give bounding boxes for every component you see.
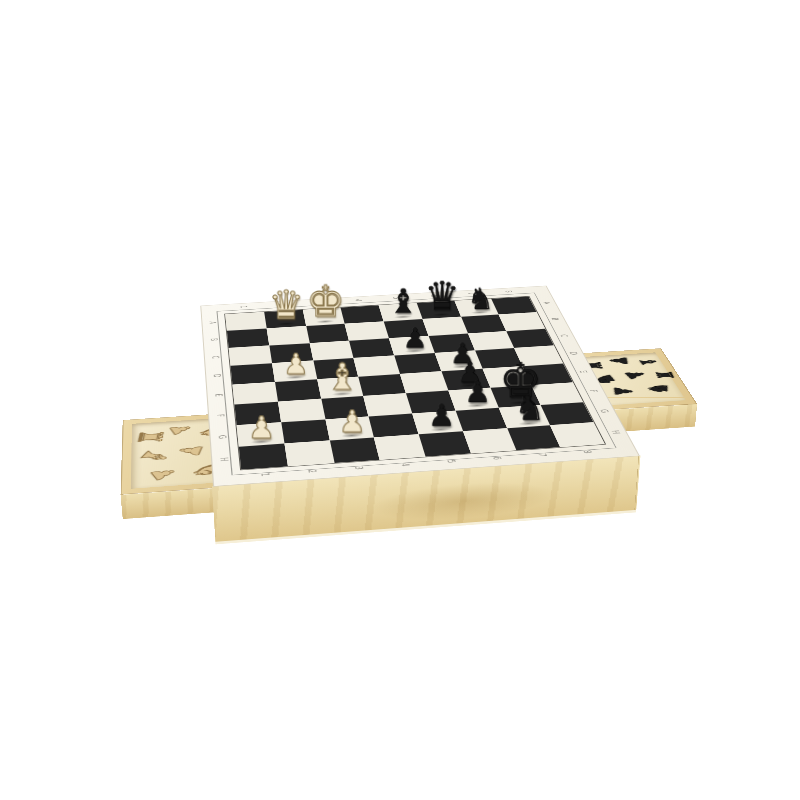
drawer-piece-coal[interactable]: ♞	[645, 382, 671, 394]
square-a1[interactable]	[239, 444, 288, 470]
rank-label-right-F: F	[587, 387, 599, 394]
square-d1[interactable]	[374, 434, 425, 459]
board-top-surface: ♛♚♟♝♟♟♝♛♞♟♟♟♟♚♟♞ AABBCCDDEEFFGGHH1122334…	[201, 286, 638, 486]
white-pawn-b5[interactable]: ♟	[272, 361, 317, 382]
drawer-piece-wood[interactable]: ♝	[133, 447, 175, 466]
drawer-piece-wood[interactable]: ♟	[174, 444, 206, 458]
chess-box-product-photo: ♛♚♟♝♟♟♝♛♞♟♟♟♟♚♟♞ AABBCCDDEEFFGGHH1122334…	[0, 0, 800, 800]
white-pawn-glyph: ♟	[320, 407, 385, 437]
rank-label-left-B: B	[209, 336, 218, 342]
black-pawn-e6[interactable]: ♟	[390, 336, 436, 356]
rank-label-left-G: G	[216, 433, 226, 441]
square-c1[interactable]	[329, 438, 380, 464]
file-label-far-1: 1	[239, 304, 248, 310]
drawer-piece-wood[interactable]: ♟	[145, 465, 181, 483]
rank-label-left-D: D	[212, 372, 222, 379]
drawer-piece-coal[interactable]: ♟	[610, 386, 636, 396]
rank-label-right-H: H	[608, 428, 621, 436]
square-h1[interactable]	[550, 422, 604, 447]
drawer-piece-wood[interactable]: ♟	[165, 422, 196, 437]
rank-label-right-A: A	[540, 300, 551, 306]
rank-label-right-C: C	[558, 333, 569, 339]
rank-label-right-G: G	[597, 407, 610, 415]
drawer-piece-coal[interactable]: ♟	[620, 369, 650, 381]
drawer-piece-coal[interactable]: ♜	[653, 370, 678, 379]
rank-label-right-B: B	[549, 316, 560, 322]
square-e1[interactable]	[419, 431, 471, 456]
square-h6[interactable]	[506, 329, 554, 349]
rank-label-left-C: C	[210, 354, 219, 361]
white-bishop-glyph: ♝	[312, 359, 374, 396]
file-label-near-1: 1	[259, 470, 270, 479]
drawer-piece-coal[interactable]: ♝	[635, 357, 661, 367]
file-label-near-7: 7	[535, 451, 548, 459]
white-queen-glyph: ♛	[258, 286, 314, 325]
file-label-near-3: 3	[352, 464, 364, 473]
rank-label-left-E: E	[213, 392, 223, 399]
file-label-near-2: 2	[306, 467, 317, 476]
chess-board[interactable]: ♛♚♟♝♟♟♝♛♞♟♟♟♟♚♟♞	[224, 296, 606, 470]
black-bishop-glyph: ♝	[375, 285, 431, 319]
file-label-near-5: 5	[444, 457, 456, 465]
rank-label-left-F: F	[215, 412, 225, 420]
rank-label-left-H: H	[218, 455, 229, 463]
drawer-piece-wood[interactable]: ♜	[133, 430, 167, 444]
black-knight-glyph: ♞	[498, 391, 562, 425]
file-label-far-4: 4	[353, 297, 363, 303]
black-pawn-glyph: ♟	[409, 401, 473, 431]
file-label-near-8: 8	[580, 448, 593, 456]
black-bishop-e8[interactable]: ♝	[380, 303, 424, 321]
white-queen-b8[interactable]: ♛	[264, 310, 306, 329]
drawer-piece-coal[interactable]: ♟	[607, 356, 632, 365]
square-b1[interactable]	[284, 441, 334, 467]
file-label-near-6: 6	[490, 454, 503, 462]
drawer-piece-coal[interactable]: ♜	[578, 360, 607, 371]
file-label-near-4: 4	[398, 460, 410, 468]
chess-box-3d: ♛♚♟♝♟♟♝♛♞♟♟♟♟♚♟♞ AABBCCDDEEFFGGHH1122334…	[201, 286, 638, 486]
white-pawn-glyph: ♟	[229, 413, 294, 443]
rank-label-right-D: D	[567, 350, 579, 357]
rank-label-left-A: A	[207, 320, 216, 326]
